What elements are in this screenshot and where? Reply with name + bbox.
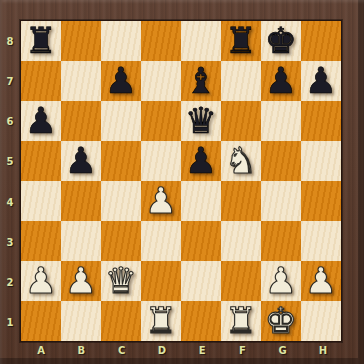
square-f2[interactable] [221,261,261,301]
black-pawn-g7[interactable]: ♟ [261,61,301,101]
square-b4[interactable] [61,181,101,221]
square-f5[interactable]: ♞ [221,141,261,181]
white-pawn-h2[interactable]: ♟ [301,261,341,301]
square-g6[interactable] [261,101,301,141]
square-d2[interactable] [141,261,181,301]
black-queen-e6[interactable]: ♛ [181,101,221,141]
square-c6[interactable] [101,101,141,141]
square-h3[interactable] [301,221,341,261]
square-e6[interactable]: ♛ [181,101,221,141]
black-rook-a8[interactable]: ♜ [21,21,61,61]
square-g3[interactable] [261,221,301,261]
square-c7[interactable]: ♟ [101,61,141,101]
square-h1[interactable] [301,301,341,341]
square-d5[interactable] [141,141,181,181]
rank-labels: 87654321 [0,21,20,343]
square-e1[interactable] [181,301,221,341]
file-label-c: C [102,343,142,358]
black-pawn-b5[interactable]: ♟ [61,141,101,181]
square-b8[interactable] [61,21,101,61]
chess-board-frame: 87654321 ABCDEFGH ♜♜♚♟♝♟♟♟♛♟♟♞♟♟♟♛♟♟♜♜♚ [0,0,364,364]
square-f7[interactable] [221,61,261,101]
square-g1[interactable]: ♚ [261,301,301,341]
chess-board: ♜♜♚♟♝♟♟♟♛♟♟♞♟♟♟♛♟♟♜♜♚ [20,20,342,342]
square-h7[interactable]: ♟ [301,61,341,101]
square-b3[interactable] [61,221,101,261]
square-e5[interactable]: ♟ [181,141,221,181]
square-h6[interactable] [301,101,341,141]
square-c4[interactable] [101,181,141,221]
square-a4[interactable] [21,181,61,221]
black-pawn-c7[interactable]: ♟ [101,61,141,101]
square-a8[interactable]: ♜ [21,21,61,61]
square-h8[interactable] [301,21,341,61]
square-f1[interactable]: ♜ [221,301,261,341]
file-label-a: A [21,343,61,358]
file-label-f: F [222,343,262,358]
square-f6[interactable] [221,101,261,141]
black-king-g8[interactable]: ♚ [261,21,301,61]
square-d3[interactable] [141,221,181,261]
file-label-d: D [142,343,182,358]
black-rook-f8[interactable]: ♜ [221,21,261,61]
black-pawn-h7[interactable]: ♟ [301,61,341,101]
white-queen-c2[interactable]: ♛ [101,261,141,301]
square-b2[interactable]: ♟ [61,261,101,301]
rank-label-7: 7 [0,61,20,101]
square-b6[interactable] [61,101,101,141]
square-f3[interactable] [221,221,261,261]
square-e4[interactable] [181,181,221,221]
square-e8[interactable] [181,21,221,61]
square-b1[interactable] [61,301,101,341]
square-a1[interactable] [21,301,61,341]
square-d8[interactable] [141,21,181,61]
square-h4[interactable] [301,181,341,221]
rank-label-4: 4 [0,182,20,222]
square-f8[interactable]: ♜ [221,21,261,61]
square-d7[interactable] [141,61,181,101]
white-pawn-b2[interactable]: ♟ [61,261,101,301]
rank-label-6: 6 [0,102,20,142]
file-label-b: B [61,343,101,358]
rank-label-8: 8 [0,21,20,61]
square-e3[interactable] [181,221,221,261]
square-a2[interactable]: ♟ [21,261,61,301]
file-label-e: E [182,343,222,358]
rank-label-1: 1 [0,303,20,343]
square-f4[interactable] [221,181,261,221]
square-a6[interactable]: ♟ [21,101,61,141]
black-pawn-e5[interactable]: ♟ [181,141,221,181]
square-d1[interactable]: ♜ [141,301,181,341]
square-c1[interactable] [101,301,141,341]
white-pawn-d4[interactable]: ♟ [141,181,181,221]
square-d6[interactable] [141,101,181,141]
square-g7[interactable]: ♟ [261,61,301,101]
square-c2[interactable]: ♛ [101,261,141,301]
square-e2[interactable] [181,261,221,301]
square-e7[interactable]: ♝ [181,61,221,101]
square-b7[interactable] [61,61,101,101]
square-d4[interactable]: ♟ [141,181,181,221]
square-c3[interactable] [101,221,141,261]
white-knight-f5[interactable]: ♞ [221,141,261,181]
black-pawn-a6[interactable]: ♟ [21,101,61,141]
file-label-h: H [303,343,343,358]
square-a5[interactable] [21,141,61,181]
square-g4[interactable] [261,181,301,221]
square-h2[interactable]: ♟ [301,261,341,301]
file-label-g: G [263,343,303,358]
square-g8[interactable]: ♚ [261,21,301,61]
white-pawn-a2[interactable]: ♟ [21,261,61,301]
square-a7[interactable] [21,61,61,101]
square-a3[interactable] [21,221,61,261]
white-rook-d1[interactable]: ♜ [141,301,181,341]
rank-label-5: 5 [0,142,20,182]
white-king-g1[interactable]: ♚ [261,301,301,341]
square-b5[interactable]: ♟ [61,141,101,181]
white-rook-f1[interactable]: ♜ [221,301,261,341]
rank-label-2: 2 [0,263,20,303]
square-g2[interactable]: ♟ [261,261,301,301]
white-pawn-g2[interactable]: ♟ [261,261,301,301]
file-labels: ABCDEFGH [21,343,343,358]
black-bishop-e7[interactable]: ♝ [181,61,221,101]
square-h5[interactable] [301,141,341,181]
square-c8[interactable] [101,21,141,61]
rank-label-3: 3 [0,222,20,262]
square-g5[interactable] [261,141,301,181]
square-c5[interactable] [101,141,141,181]
